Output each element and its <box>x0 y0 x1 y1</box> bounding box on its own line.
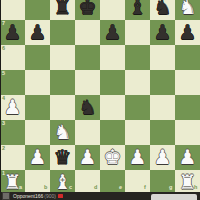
square-c8[interactable]: ♜ <box>50 0 75 20</box>
square-h3[interactable] <box>175 120 200 145</box>
square-f5[interactable] <box>125 70 150 95</box>
white-knight[interactable]: ♞ <box>175 0 200 20</box>
square-e8[interactable] <box>100 0 125 20</box>
window-left-border <box>0 0 1 200</box>
square-c7[interactable] <box>50 20 75 45</box>
rank-label-3: 3 <box>2 121 5 127</box>
square-h7[interactable]: ♟ <box>175 20 200 45</box>
rank-label-5: 5 <box>2 71 5 77</box>
square-b8[interactable] <box>25 0 50 20</box>
white-king[interactable]: ♚ <box>100 145 125 170</box>
square-c4[interactable] <box>50 95 75 120</box>
file-label-g: g <box>169 185 172 191</box>
file-label-h: h <box>194 185 197 191</box>
black-pawn[interactable]: ♟ <box>175 20 200 45</box>
white-pawn[interactable]: ♟ <box>175 145 200 170</box>
file-label-f: f <box>144 185 146 191</box>
square-f6[interactable] <box>125 45 150 70</box>
opponent-player-bar[interactable]: Opponent166 (900) <box>0 192 200 200</box>
square-e7[interactable]: ♟ <box>100 20 125 45</box>
square-g3[interactable] <box>150 120 175 145</box>
square-c3[interactable]: ♞ <box>50 120 75 145</box>
square-e3[interactable] <box>100 120 125 145</box>
black-pawn[interactable]: ♟ <box>100 20 125 45</box>
square-b4[interactable] <box>25 95 50 120</box>
square-d5[interactable] <box>75 70 100 95</box>
black-rook[interactable]: ♜ <box>50 0 75 20</box>
opponent-username: Opponent166 <box>13 192 43 200</box>
square-b5[interactable] <box>25 70 50 95</box>
white-pawn[interactable]: ♟ <box>125 145 150 170</box>
file-label-d: d <box>94 185 97 191</box>
square-a8[interactable] <box>0 0 25 20</box>
square-f8[interactable]: ♝ <box>125 0 150 20</box>
white-pawn[interactable]: ♟ <box>75 145 100 170</box>
rank-label-7: 7 <box>2 21 5 27</box>
square-b2[interactable]: ♟ <box>25 145 50 170</box>
square-e4[interactable] <box>100 95 125 120</box>
black-knight[interactable]: ♞ <box>75 95 100 120</box>
black-king[interactable]: ♚ <box>75 0 100 20</box>
flag-icon <box>58 194 63 198</box>
black-queen[interactable]: ♛ <box>50 145 75 170</box>
square-e2[interactable]: ♚ <box>100 145 125 170</box>
black-pawn[interactable]: ♟ <box>25 20 50 45</box>
square-g7[interactable]: ♟ <box>150 20 175 45</box>
square-c6[interactable] <box>50 45 75 70</box>
black-knight[interactable]: ♞ <box>150 0 175 20</box>
opponent-clock <box>151 194 197 200</box>
rank-label-6: 6 <box>2 46 5 52</box>
square-g2[interactable]: ♟ <box>150 145 175 170</box>
square-g5[interactable] <box>150 70 175 95</box>
square-d8[interactable]: ♚ <box>75 0 100 20</box>
opponent-rating: (900) <box>44 192 56 200</box>
white-pawn[interactable]: ♟ <box>150 145 175 170</box>
square-b7[interactable]: ♟ <box>25 20 50 45</box>
file-label-b: b <box>44 185 47 191</box>
square-g6[interactable] <box>150 45 175 70</box>
opponent-avatar[interactable] <box>2 192 10 200</box>
white-pawn[interactable]: ♟ <box>25 145 50 170</box>
square-c5[interactable] <box>50 70 75 95</box>
rank-label-1: 1 <box>2 171 5 177</box>
white-knight[interactable]: ♞ <box>50 120 75 145</box>
square-f7[interactable] <box>125 20 150 45</box>
file-label-c: c <box>69 185 72 191</box>
rank-label-4: 4 <box>2 96 5 102</box>
square-e5[interactable] <box>100 70 125 95</box>
file-label-a: a <box>19 185 22 191</box>
square-f2[interactable]: ♟ <box>125 145 150 170</box>
square-g4[interactable] <box>150 95 175 120</box>
square-d2[interactable]: ♟ <box>75 145 100 170</box>
square-b6[interactable] <box>25 45 50 70</box>
square-f3[interactable] <box>125 120 150 145</box>
square-c2[interactable]: ♛ <box>50 145 75 170</box>
board: ♜♚♝♞♞♟♟♟♟♟♟♞♞♟♛♟♚♟♟♟♜♝♜7654321abcdefgh <box>0 0 200 195</box>
square-d6[interactable] <box>75 45 100 70</box>
square-e6[interactable] <box>100 45 125 70</box>
square-h5[interactable] <box>175 70 200 95</box>
square-d4[interactable]: ♞ <box>75 95 100 120</box>
black-bishop[interactable]: ♝ <box>125 0 150 20</box>
square-f4[interactable] <box>125 95 150 120</box>
square-h4[interactable] <box>175 95 200 120</box>
black-pawn[interactable]: ♟ <box>150 20 175 45</box>
square-h6[interactable] <box>175 45 200 70</box>
square-h8[interactable]: ♞ <box>175 0 200 20</box>
rank-label-2: 2 <box>2 146 5 152</box>
square-g8[interactable]: ♞ <box>150 0 175 20</box>
file-label-e: e <box>119 185 122 191</box>
square-d7[interactable] <box>75 20 100 45</box>
chess-app: ♜♚♝♞♞♟♟♟♟♟♟♞♞♟♛♟♚♟♟♟♜♝♜7654321abcdefgh O… <box>0 0 200 200</box>
square-h2[interactable]: ♟ <box>175 145 200 170</box>
square-b3[interactable] <box>25 120 50 145</box>
square-d3[interactable] <box>75 120 100 145</box>
